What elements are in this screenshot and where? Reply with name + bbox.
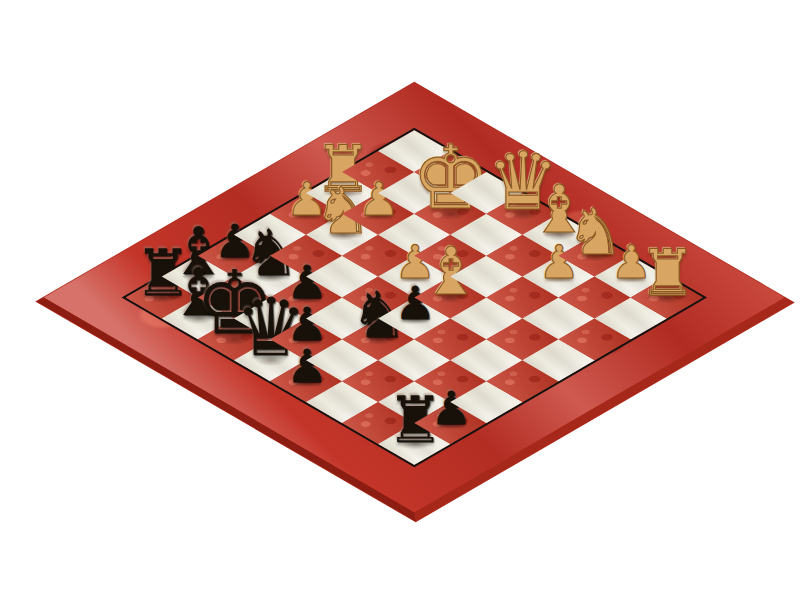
white-rook-glyph: ♜ — [638, 241, 695, 305]
chess-board-frame: ♜♝♟♟♜♝♞♞♟♚♟♚♛♟♟♛♟♞♟♝♝♟♞♟♜♟♜ — [37, 83, 794, 522]
photo-canvas: ♜♝♟♟♜♝♞♞♟♚♟♚♛♟♟♛♟♞♟♝♝♟♞♟♜♟♜ — [0, 0, 800, 600]
board-playing-field: ♜♝♟♟♜♝♞♞♟♚♟♚♛♟♟♛♟♞♟♝♝♟♞♟♜♟♜ — [122, 128, 707, 468]
